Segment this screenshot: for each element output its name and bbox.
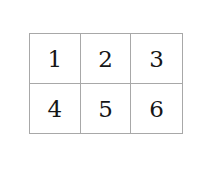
- grid-cell-r0c1: 2: [81, 34, 132, 84]
- grid-cell-r1c2: 6: [131, 84, 182, 134]
- grid-cell-r1c1: 5: [81, 84, 132, 134]
- grid-cell-r1c0: 4: [30, 84, 81, 134]
- number-grid-board: 1 2 3 4 5 6: [29, 33, 183, 134]
- grid-cell-r0c0: 1: [30, 34, 81, 84]
- grid-cell-r0c2: 3: [131, 34, 182, 84]
